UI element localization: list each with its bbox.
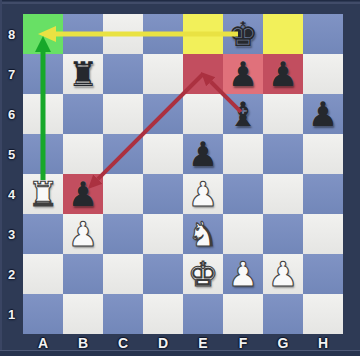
square-b1[interactable]	[63, 294, 103, 334]
square-e2[interactable]: ♚	[183, 254, 223, 294]
square-f7[interactable]: ♟	[223, 54, 263, 94]
square-b2[interactable]	[63, 254, 103, 294]
square-f5[interactable]	[223, 134, 263, 174]
square-b3[interactable]: ♟	[63, 214, 103, 254]
piece-bP-e5[interactable]: ♟	[188, 134, 218, 174]
square-g4[interactable]	[263, 174, 303, 214]
piece-wP-g2[interactable]: ♟	[268, 254, 298, 294]
square-h5[interactable]	[303, 134, 343, 174]
chess-board[interactable]: ♚♜♟♟♝♟♟♜♟♟♟♞♚♟♟	[23, 14, 343, 334]
piece-wP-e4[interactable]: ♟	[188, 174, 218, 214]
square-b8[interactable]	[63, 14, 103, 54]
square-a8[interactable]	[23, 14, 63, 54]
piece-bP-f7[interactable]: ♟	[228, 54, 258, 94]
square-e3[interactable]: ♞	[183, 214, 223, 254]
square-a5[interactable]	[23, 134, 63, 174]
square-a2[interactable]	[23, 254, 63, 294]
square-d3[interactable]	[143, 214, 183, 254]
square-e5[interactable]: ♟	[183, 134, 223, 174]
square-c8[interactable]	[103, 14, 143, 54]
square-h1[interactable]	[303, 294, 343, 334]
square-f2[interactable]: ♟	[223, 254, 263, 294]
rank-label-2: 2	[0, 254, 23, 294]
square-d7[interactable]	[143, 54, 183, 94]
square-f3[interactable]	[223, 214, 263, 254]
square-f6[interactable]: ♝	[223, 94, 263, 134]
square-c7[interactable]	[103, 54, 143, 94]
square-b4[interactable]: ♟	[63, 174, 103, 214]
square-e8[interactable]	[183, 14, 223, 54]
square-b7[interactable]: ♜	[63, 54, 103, 94]
square-d2[interactable]	[143, 254, 183, 294]
piece-bP-g7[interactable]: ♟	[268, 54, 298, 94]
square-g3[interactable]	[263, 214, 303, 254]
rank-label-6: 6	[0, 94, 23, 134]
square-g1[interactable]	[263, 294, 303, 334]
square-c2[interactable]	[103, 254, 143, 294]
square-h3[interactable]	[303, 214, 343, 254]
square-h2[interactable]	[303, 254, 343, 294]
square-h7[interactable]	[303, 54, 343, 94]
square-g6[interactable]	[263, 94, 303, 134]
piece-bR-b7[interactable]: ♜	[68, 54, 98, 94]
square-f8[interactable]: ♚	[223, 14, 263, 54]
square-d1[interactable]	[143, 294, 183, 334]
square-h4[interactable]	[303, 174, 343, 214]
piece-wP-b3[interactable]: ♟	[68, 214, 98, 254]
square-a4[interactable]: ♜	[23, 174, 63, 214]
panel-top-edge	[0, 0, 360, 1]
panel-top-bevel	[0, 2, 360, 4]
square-a1[interactable]	[23, 294, 63, 334]
square-e6[interactable]	[183, 94, 223, 134]
panel-bottom-edge	[0, 351, 360, 356]
square-g7[interactable]: ♟	[263, 54, 303, 94]
square-e4[interactable]: ♟	[183, 174, 223, 214]
piece-wR-a4[interactable]: ♜	[28, 174, 58, 214]
square-h8[interactable]	[303, 14, 343, 54]
square-g2[interactable]: ♟	[263, 254, 303, 294]
square-d5[interactable]	[143, 134, 183, 174]
square-e1[interactable]	[183, 294, 223, 334]
piece-wP-f2[interactable]: ♟	[228, 254, 258, 294]
square-d6[interactable]	[143, 94, 183, 134]
square-c5[interactable]	[103, 134, 143, 174]
chess-board-panel: 87654321 ♚♜♟♟♝♟♟♜♟♟♟♞♚♟♟ ABCDEFGH	[0, 0, 360, 356]
square-f4[interactable]	[223, 174, 263, 214]
rank-label-3: 3	[0, 214, 23, 254]
piece-bP-h6[interactable]: ♟	[308, 94, 338, 134]
square-c3[interactable]	[103, 214, 143, 254]
rank-label-7: 7	[0, 54, 23, 94]
square-h6[interactable]: ♟	[303, 94, 343, 134]
rank-labels: 87654321	[0, 14, 23, 334]
piece-wK-e2[interactable]: ♚	[188, 254, 218, 294]
square-b5[interactable]	[63, 134, 103, 174]
square-d8[interactable]	[143, 14, 183, 54]
square-b6[interactable]	[63, 94, 103, 134]
piece-wN-e3[interactable]: ♞	[188, 214, 218, 254]
piece-bK-f8[interactable]: ♚	[228, 14, 258, 54]
rank-label-5: 5	[0, 134, 23, 174]
square-d4[interactable]	[143, 174, 183, 214]
square-e7[interactable]	[183, 54, 223, 94]
square-c1[interactable]	[103, 294, 143, 334]
piece-bB-f6[interactable]: ♝	[228, 94, 258, 134]
square-a6[interactable]	[23, 94, 63, 134]
square-c4[interactable]	[103, 174, 143, 214]
rank-label-8: 8	[0, 14, 23, 54]
square-g5[interactable]	[263, 134, 303, 174]
piece-bP-b4[interactable]: ♟	[68, 174, 98, 214]
rank-label-4: 4	[0, 174, 23, 214]
square-g8[interactable]	[263, 14, 303, 54]
rank-label-1: 1	[0, 294, 23, 334]
square-a7[interactable]	[23, 54, 63, 94]
square-f1[interactable]	[223, 294, 263, 334]
square-a3[interactable]	[23, 214, 63, 254]
square-c6[interactable]	[103, 94, 143, 134]
